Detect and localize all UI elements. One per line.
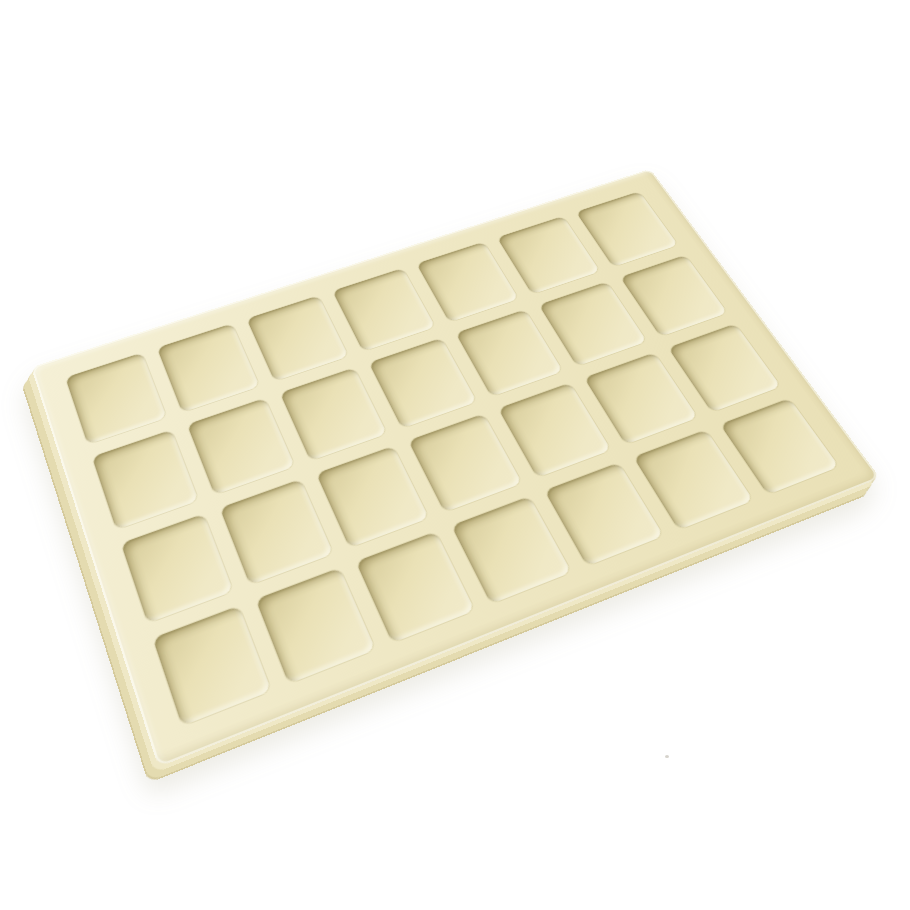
compartment-r2-c5	[455, 309, 563, 396]
compartment-r3-c2	[220, 479, 333, 585]
compartment-r3-c4	[408, 414, 521, 512]
compartment-r3-c5	[498, 383, 612, 478]
compartment-r1-c7	[576, 191, 679, 267]
compartment-r1-c2	[157, 324, 259, 413]
compartment-r1-c1	[65, 353, 167, 445]
compartment-r2-c1	[92, 430, 199, 530]
tray	[31, 169, 880, 767]
compartment-r4-c1	[153, 605, 272, 726]
compartment-r2-c3	[280, 367, 388, 460]
compartment-r4-c3	[356, 531, 476, 643]
tray-shadow-wrap	[0, 0, 910, 910]
compartment-r2-c4	[369, 338, 477, 428]
compartment-r3-c3	[316, 446, 429, 548]
photo-background	[0, 0, 910, 910]
compartment-r3-c1	[121, 514, 234, 624]
compartment-r1-c4	[333, 268, 436, 351]
dust-speck	[665, 755, 669, 758]
compartment-r1-c3	[246, 295, 349, 381]
compartment-r2-c6	[539, 282, 647, 367]
compartment-r1-c6	[497, 216, 600, 294]
compartment-r4-c4	[452, 496, 572, 604]
compartment-r2-c2	[187, 398, 294, 495]
compartment-r4-c2	[256, 568, 376, 684]
compartment-r1-c5	[416, 242, 519, 323]
